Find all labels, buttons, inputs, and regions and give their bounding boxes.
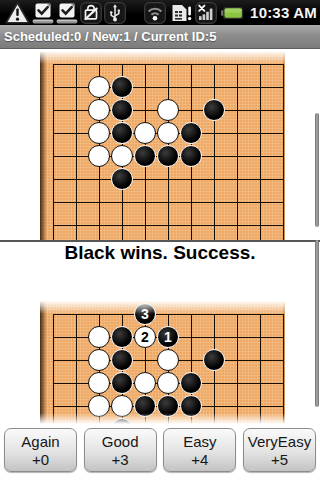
white-stone [88,326,110,348]
grid-line [260,314,261,425]
board-right-bevel [282,299,285,425]
black-stone [111,372,133,394]
black-stone [180,122,202,144]
white-stone [88,99,110,121]
package-icon [80,2,102,24]
white-stone [134,372,156,394]
black-stone [157,145,179,167]
black-stone [111,122,133,144]
white-stone [157,122,179,144]
black-stone [180,145,202,167]
grid-line [53,314,54,425]
grid-line [76,314,77,425]
download-done-icon [32,2,54,24]
rating-button-bar: Again +0 Good +3 Easy +4 VeryEasy +5 [0,426,320,476]
board-left-bevel [40,299,47,425]
white-stone [111,145,133,167]
black-stone [180,372,202,394]
status-bar: 10:33 AM [0,0,320,25]
black-stone [111,76,133,98]
signal-x-icon [195,2,217,24]
grid-line [53,225,284,226]
lower-scrollbar-thumb[interactable] [315,240,319,407]
black-stone [111,349,133,371]
white-stone [88,76,110,98]
lower-goban: 321 [40,299,285,425]
grid-line [53,202,284,203]
scroll-edge-fade [0,299,320,314]
grid-line [53,314,284,315]
upper-goban [40,52,285,240]
black-stone: 1 [157,326,179,348]
lower-board-view[interactable]: 321 [0,299,320,425]
grid-line [76,64,77,240]
download-done-icon [56,2,78,24]
grid-line [214,64,215,240]
upper-board-view[interactable] [0,49,320,240]
grid-line [237,314,238,425]
white-stone: 2 [134,326,156,348]
again-button[interactable]: Again +0 [4,428,77,472]
black-stone [203,99,225,121]
battery-icon [220,6,244,20]
clock: 10:33 AM [250,4,317,21]
board-left-bevel [40,52,47,240]
scroll-edge-fade [0,413,320,425]
title-bar: Scheduled:0 / New:1 / Current ID:5 [0,25,320,49]
button-label: Again [21,432,59,451]
button-score: +3 [112,451,129,469]
button-score: +4 [191,451,208,469]
black-stone [111,168,133,190]
white-stone [88,145,110,167]
grid-line [237,64,238,240]
button-label: Easy [183,432,216,451]
app-screen: 10:33 AM Scheduled:0 / New:1 / Current I… [0,0,320,480]
black-stone [111,99,133,121]
button-score: +5 [271,451,288,469]
grid-line [53,64,284,65]
notification-icons [5,2,126,24]
title-text: Scheduled:0 / New:1 / Current ID:5 [0,25,320,48]
result-text: Black wins. Success. [0,242,320,264]
easy-button[interactable]: Easy +4 [163,428,236,472]
board-right-bevel [282,52,285,240]
veryeasy-button[interactable]: VeryEasy +5 [243,428,316,472]
scroll-edge-fade [0,49,320,64]
grid-line [260,64,261,240]
white-stone [157,349,179,371]
sim-warning-icon [169,2,192,24]
black-stone [134,145,156,167]
warning-icon [5,2,30,24]
grid-line [53,179,284,180]
white-stone [157,99,179,121]
button-score: +0 [32,451,49,469]
button-label: VeryEasy [248,432,311,451]
black-stone [111,326,133,348]
wifi-icon [144,2,166,24]
grid-line [53,64,54,240]
white-stone [88,122,110,144]
button-label: Good [102,432,139,451]
black-stone [203,349,225,371]
white-stone [88,372,110,394]
white-stone [134,122,156,144]
white-stone [88,349,110,371]
upper-scrollbar-thumb[interactable] [315,113,319,227]
good-button[interactable]: Good +3 [84,428,157,472]
usb-icon [104,2,126,24]
white-stone [157,372,179,394]
system-icons: 10:33 AM [144,2,317,24]
